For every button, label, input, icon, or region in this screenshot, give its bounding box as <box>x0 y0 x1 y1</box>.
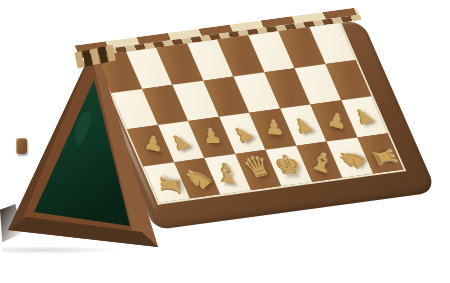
chess-piece-white-P: ♟ <box>199 127 223 146</box>
chess-piece-white-B: ♝ <box>305 146 336 180</box>
chess-piece-white-P: ♟ <box>290 114 317 137</box>
chess-piece-white-P: ♟ <box>350 105 378 129</box>
chess-piece-white-P: ♟ <box>325 110 345 134</box>
chess-piece-white-P: ♟ <box>262 118 284 139</box>
chess-piece-white-B: ♝ <box>212 160 243 189</box>
chess-piece-white-P: ♟ <box>167 130 195 154</box>
chess-piece-white-R: ♜ <box>367 144 401 170</box>
chess-set-photo: ♟♟♟♟♟♟♟♟♜♞♝♛♚♝♞♜ <box>0 0 450 283</box>
clasp-latch-knob <box>16 138 27 154</box>
chess-piece-white-P: ♟ <box>229 122 258 147</box>
